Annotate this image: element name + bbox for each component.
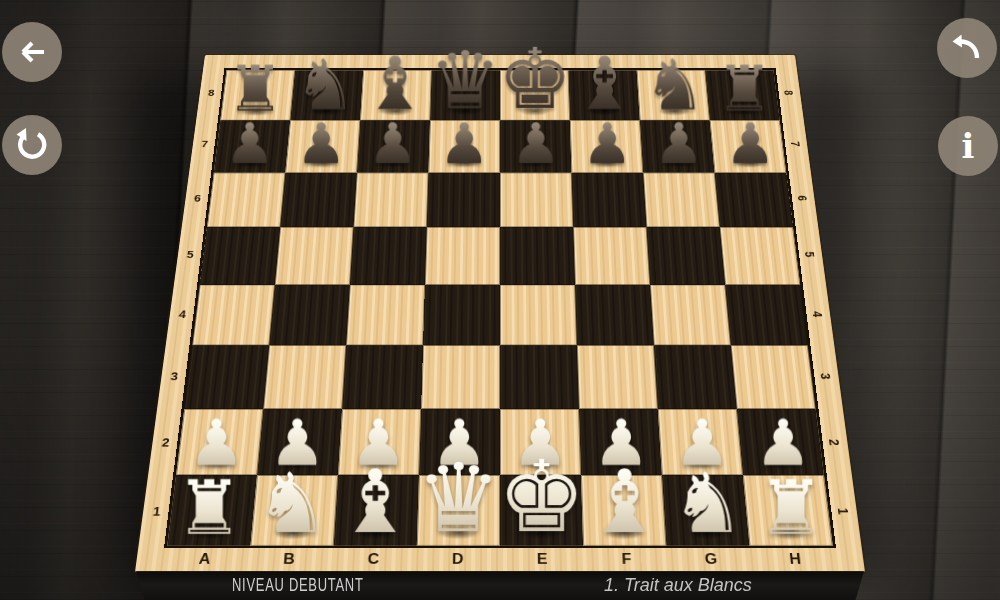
black-pawn-piece[interactable]: ♟ [439, 118, 489, 171]
undo-arrow-icon [949, 30, 985, 66]
info-button[interactable]: i [938, 116, 998, 176]
square-h3[interactable] [731, 345, 816, 408]
square-f1[interactable]: ♝ [581, 475, 666, 545]
square-b5[interactable] [275, 227, 354, 284]
rank-label-right: 5 [802, 248, 818, 262]
rank-label-right: 8 [781, 86, 796, 98]
square-d3[interactable] [421, 345, 500, 408]
square-e5[interactable] [500, 227, 575, 284]
white-king-piece[interactable]: ♚ [497, 450, 586, 544]
undo-button[interactable] [937, 18, 997, 78]
square-g5[interactable] [647, 227, 726, 284]
square-e1[interactable]: ♚ [500, 475, 583, 545]
square-f7[interactable]: ♟ [570, 120, 643, 172]
square-e4[interactable] [500, 285, 577, 345]
rank-label-left: 6 [188, 193, 207, 204]
rank-label-right: 4 [809, 307, 825, 322]
square-h4[interactable] [725, 285, 808, 345]
square-d6[interactable] [427, 172, 500, 227]
black-bishop-piece[interactable]: ♝ [362, 49, 428, 119]
rank-label-left: 7 [196, 139, 214, 149]
square-f3[interactable] [577, 345, 658, 408]
black-bishop-piece[interactable]: ♝ [572, 49, 638, 119]
square-h6[interactable] [715, 172, 793, 227]
info-icon: i [962, 129, 975, 163]
square-f4[interactable] [575, 285, 654, 345]
rank-label-right: 3 [817, 369, 834, 385]
black-pawn-piece[interactable]: ♟ [654, 118, 704, 171]
square-e3[interactable] [500, 345, 579, 408]
rank-label-left: 5 [181, 249, 200, 260]
square-g6[interactable] [643, 172, 720, 227]
square-d4[interactable] [423, 285, 500, 345]
back-button[interactable] [2, 22, 62, 82]
arrow-left-icon [15, 35, 49, 69]
square-c7[interactable]: ♟ [357, 120, 430, 172]
square-b4[interactable] [269, 285, 350, 345]
white-rook-piece[interactable]: ♜ [757, 473, 824, 544]
rank-label-right: 6 [795, 191, 811, 205]
black-knight-piece[interactable]: ♞ [294, 52, 357, 118]
file-label: F [584, 551, 669, 569]
square-a7[interactable]: ♟ [214, 120, 290, 172]
square-a3[interactable] [184, 345, 269, 408]
rank-label-left: 4 [173, 308, 193, 320]
app-background: ♜♞♝♛♚♝♞♜♟♟♟♟♟♟♟♟♟♟♟♟♟♟♟♟♜♞♝♛♚♝♞♜ 8877665… [0, 0, 1000, 600]
square-c5[interactable] [350, 227, 427, 284]
black-pawn-piece[interactable]: ♟ [511, 118, 561, 171]
square-f6[interactable] [572, 172, 647, 227]
square-g4[interactable] [650, 285, 731, 345]
white-queen-piece[interactable]: ♛ [416, 454, 501, 544]
file-label: A [161, 551, 247, 569]
white-knight-piece[interactable]: ♞ [671, 465, 746, 544]
rank-label-left: 2 [155, 436, 176, 449]
square-g1[interactable]: ♞ [662, 475, 750, 545]
square-e6[interactable] [500, 172, 573, 227]
black-king-piece[interactable]: ♚ [498, 40, 573, 119]
rank-label-right: 7 [788, 138, 803, 151]
square-c3[interactable] [342, 345, 423, 408]
square-b1[interactable]: ♞ [250, 475, 338, 545]
file-label: D [415, 551, 500, 569]
white-bishop-piece[interactable]: ♝ [586, 461, 664, 544]
square-b3[interactable] [263, 345, 346, 408]
rank-label-right: 1 [834, 503, 852, 520]
board-status-bar: NIVEAU DEBUTANT 1. Trait aux Blancs [136, 571, 864, 600]
square-a4[interactable] [192, 285, 275, 345]
file-label: B [246, 551, 332, 569]
level-label: NIVEAU DEBUTANT [232, 575, 364, 596]
black-pawn-piece[interactable]: ♟ [296, 118, 346, 171]
file-label: C [331, 551, 416, 569]
rank-label-left: 8 [203, 88, 221, 98]
black-pawn-piece[interactable]: ♟ [368, 118, 418, 171]
black-pawn-piece[interactable]: ♟ [225, 118, 275, 171]
black-queen-piece[interactable]: ♛ [429, 43, 501, 119]
rank-label-left: 1 [146, 505, 167, 519]
black-rook-piece[interactable]: ♜ [227, 59, 284, 119]
black-pawn-piece[interactable]: ♟ [582, 118, 632, 171]
square-b6[interactable] [280, 172, 357, 227]
square-d1[interactable]: ♛ [417, 475, 500, 545]
file-label: H [752, 551, 838, 569]
black-pawn-piece[interactable]: ♟ [725, 118, 775, 171]
square-c4[interactable] [346, 285, 425, 345]
turn-label: 1. Trait aux Blancs [604, 575, 752, 596]
file-label: G [668, 551, 754, 569]
square-f5[interactable] [573, 227, 650, 284]
square-a6[interactable] [207, 172, 285, 227]
rotate-icon [14, 127, 50, 163]
square-d7[interactable]: ♟ [428, 120, 500, 172]
square-g3[interactable] [654, 345, 737, 408]
square-h5[interactable] [720, 227, 800, 284]
rotate-button[interactable] [2, 115, 62, 175]
square-b7[interactable]: ♟ [285, 120, 360, 172]
square-a1[interactable]: ♜ [167, 475, 257, 545]
square-a5[interactable] [200, 227, 280, 284]
file-label: E [500, 551, 585, 569]
square-h7[interactable]: ♟ [710, 120, 786, 172]
chess-board: ♜♞♝♛♚♝♞♜♟♟♟♟♟♟♟♟♟♟♟♟♟♟♟♟♜♞♝♛♚♝♞♜ 8877665… [135, 55, 865, 572]
board-grid: ♜♞♝♛♚♝♞♜♟♟♟♟♟♟♟♟♟♟♟♟♟♟♟♟♜♞♝♛♚♝♞♜ [164, 68, 836, 548]
square-h1[interactable]: ♜ [743, 475, 833, 545]
square-e7[interactable]: ♟ [500, 120, 572, 172]
rank-label-right: 2 [825, 434, 842, 451]
black-rook-piece[interactable]: ♜ [716, 59, 773, 119]
white-rook-piece[interactable]: ♜ [175, 473, 242, 544]
black-knight-piece[interactable]: ♞ [643, 52, 706, 118]
white-knight-piece[interactable]: ♞ [255, 465, 330, 544]
square-g7[interactable]: ♟ [640, 120, 715, 172]
rank-label-left: 3 [164, 370, 184, 383]
white-bishop-piece[interactable]: ♝ [336, 461, 414, 544]
square-d5[interactable] [425, 227, 500, 284]
square-c1[interactable]: ♝ [334, 475, 419, 545]
square-c6[interactable] [353, 172, 428, 227]
